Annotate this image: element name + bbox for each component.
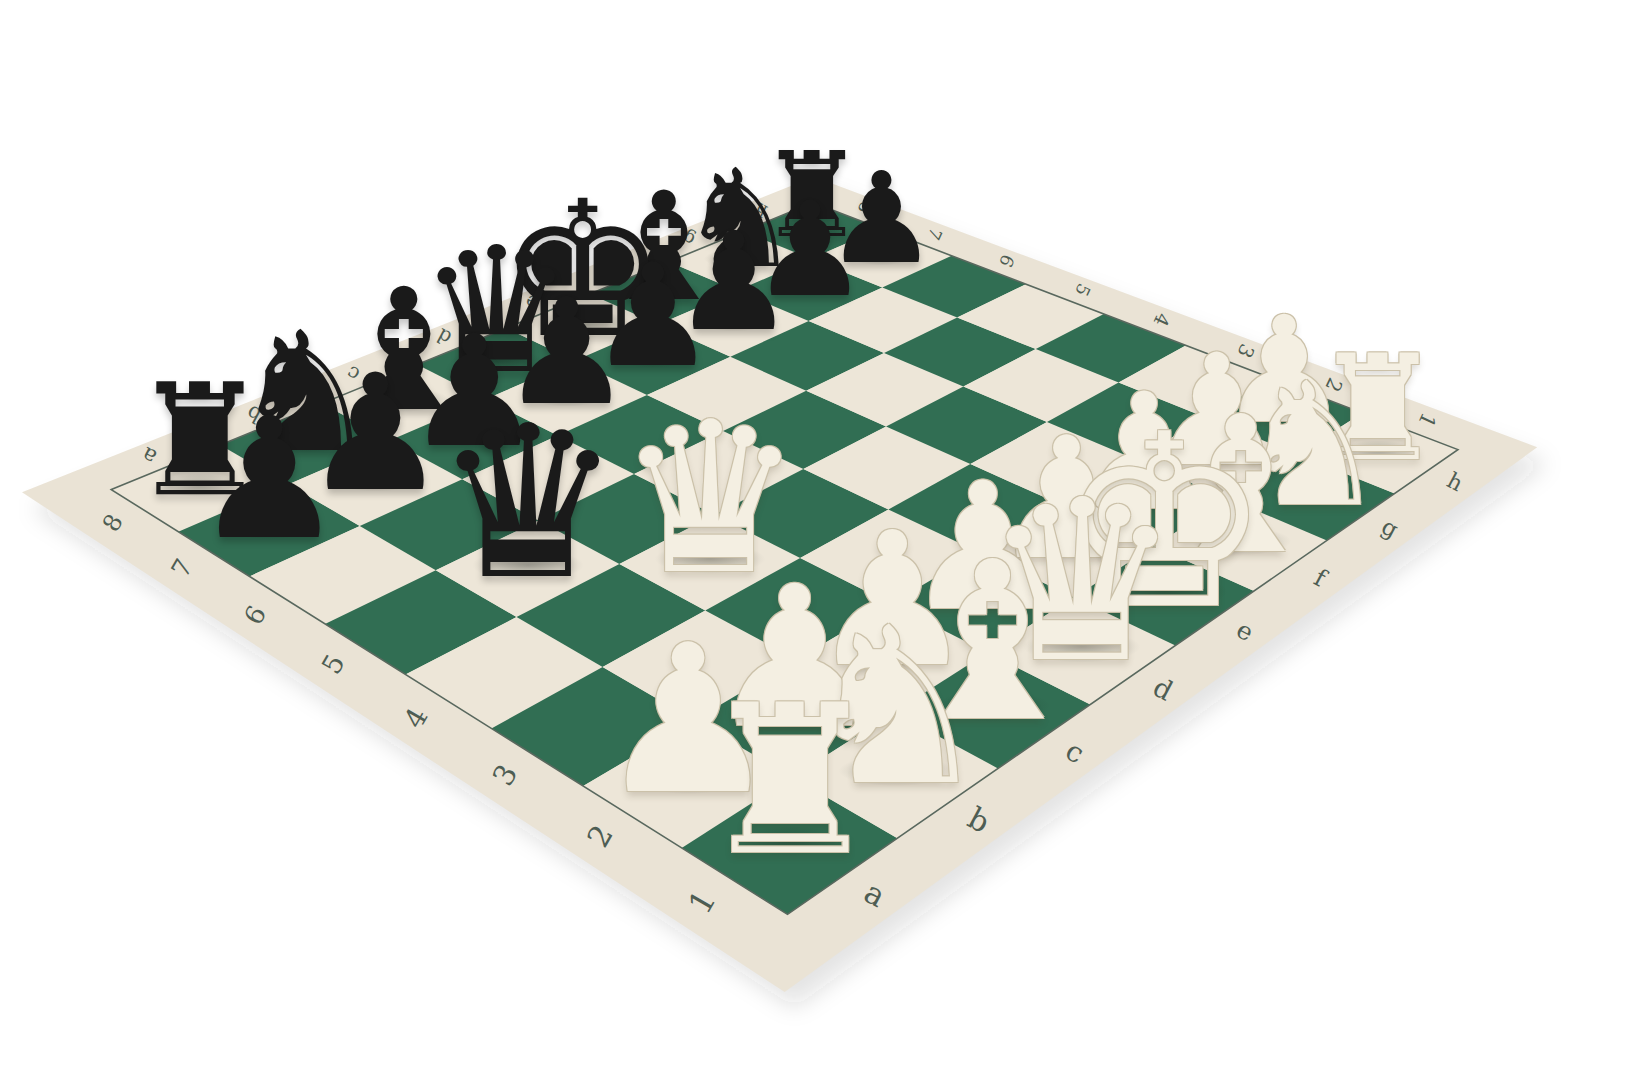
piece-white-rook-a1: ♜ bbox=[698, 678, 883, 884]
piece-black-queen-b5: ♛ bbox=[433, 398, 622, 609]
piece-black-pawn-a7: ♟ bbox=[194, 394, 345, 562]
product-photo-scene: aa88bb77cc66dd55ee44ff33gg22hh11 ♜♟♞♟♝♟♚… bbox=[0, 0, 1632, 1084]
